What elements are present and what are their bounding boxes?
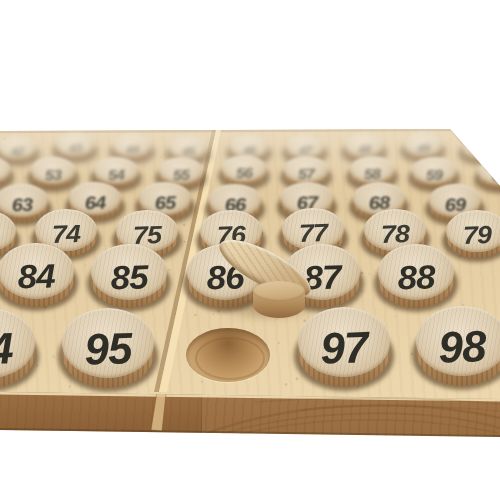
tile-number: 85 xyxy=(110,258,148,298)
tile-50[interactable]: 50 xyxy=(462,135,500,167)
tile-number: 94 xyxy=(0,323,13,375)
tile-number: 54 xyxy=(108,167,124,183)
wooden-knob[interactable] xyxy=(251,281,307,321)
tile-94[interactable]: 94 xyxy=(0,308,35,394)
tile-number: 49 xyxy=(417,142,430,156)
tile-number: 59 xyxy=(426,167,442,183)
tile-number: 60 xyxy=(492,168,500,184)
tile-84[interactable]: 84 xyxy=(0,243,74,313)
tile-98[interactable]: 98 xyxy=(416,306,500,392)
tile-face xyxy=(462,135,500,158)
empty-recess-96[interactable] xyxy=(186,328,270,382)
tile-number: 44 xyxy=(126,143,139,157)
tile-number: 84 xyxy=(17,257,55,297)
tile-number: 79 xyxy=(462,221,491,250)
tile-number: 48 xyxy=(358,143,371,157)
tile-85[interactable]: 85 xyxy=(91,244,167,314)
tile-number: 98 xyxy=(438,321,487,373)
tile-number: 58 xyxy=(364,166,380,182)
tile-number: 95 xyxy=(84,323,133,375)
tile-97[interactable]: 97 xyxy=(298,307,390,393)
tile-95[interactable]: 95 xyxy=(62,308,154,394)
tile-number: 57 xyxy=(298,166,314,182)
tile-number: 50 xyxy=(475,144,488,158)
tile-88[interactable]: 88 xyxy=(378,244,454,314)
tile-number: 55 xyxy=(173,167,189,183)
tile-number: 43 xyxy=(69,142,82,156)
tile-number: 88 xyxy=(397,258,435,298)
front-edge-left-plank xyxy=(0,388,202,440)
tile-60[interactable]: 60 xyxy=(478,158,500,195)
tile-number: 56 xyxy=(236,165,252,181)
tile-number: 42 xyxy=(11,145,24,159)
tile-79[interactable]: 79 xyxy=(446,210,500,264)
tile-number: 97 xyxy=(320,322,369,374)
tile-number: 53 xyxy=(45,167,61,183)
knob-top xyxy=(253,281,305,301)
photo-canvas: 4243444546474849505253545556575859606364… xyxy=(0,0,500,500)
